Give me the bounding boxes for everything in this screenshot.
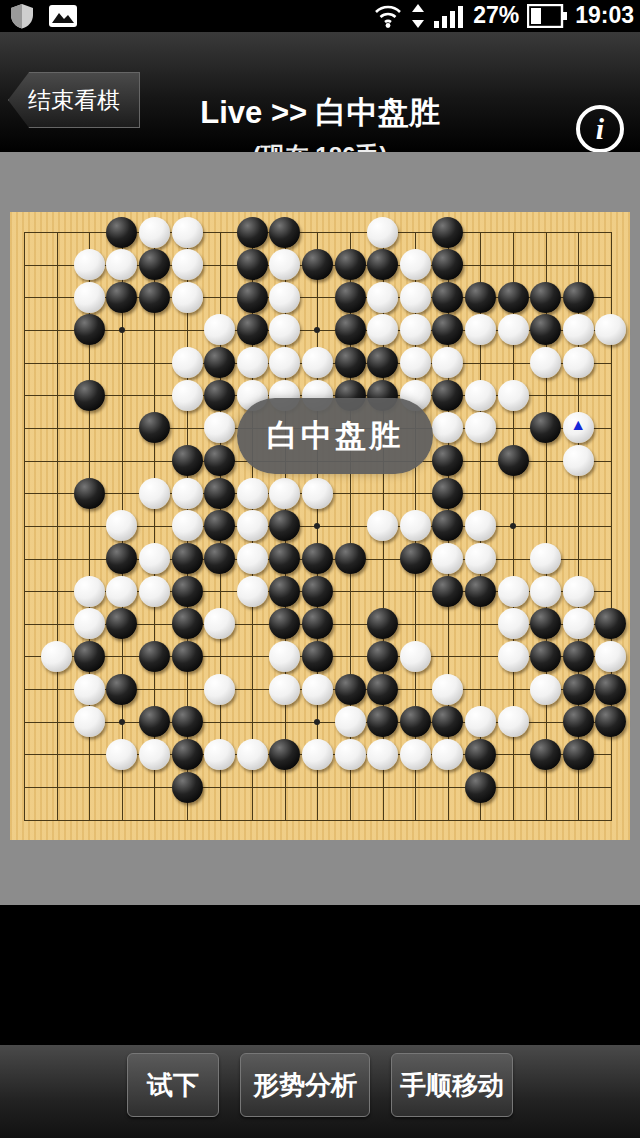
white-stone bbox=[74, 674, 105, 705]
black-stone bbox=[172, 608, 203, 639]
white-stone bbox=[74, 608, 105, 639]
star-point bbox=[510, 523, 516, 529]
white-stone bbox=[498, 641, 529, 672]
grid-line bbox=[24, 787, 612, 788]
bottom-toolbar: 试下 形势分析 手顺移动 bbox=[0, 1045, 640, 1138]
black-stone bbox=[530, 282, 561, 313]
star-point bbox=[314, 327, 320, 333]
white-stone bbox=[269, 347, 300, 378]
white-stone bbox=[432, 347, 463, 378]
white-stone bbox=[139, 217, 170, 248]
black-stone bbox=[530, 739, 561, 770]
black-stone bbox=[204, 347, 235, 378]
black-stone bbox=[367, 347, 398, 378]
white-stone bbox=[41, 641, 72, 672]
white-stone bbox=[172, 347, 203, 378]
black-stone bbox=[367, 674, 398, 705]
black-stone bbox=[106, 608, 137, 639]
white-stone bbox=[530, 347, 561, 378]
black-stone bbox=[335, 347, 366, 378]
white-stone bbox=[400, 739, 431, 770]
black-stone bbox=[530, 641, 561, 672]
white-stone bbox=[302, 478, 333, 509]
black-stone bbox=[498, 445, 529, 476]
go-board[interactable]: ▲白中盘胜 bbox=[10, 212, 630, 840]
black-stone bbox=[530, 608, 561, 639]
white-stone bbox=[106, 249, 137, 280]
white-stone bbox=[465, 412, 496, 443]
white-stone bbox=[335, 739, 366, 770]
black-stone bbox=[172, 445, 203, 476]
black-stone bbox=[367, 249, 398, 280]
white-stone bbox=[204, 314, 235, 345]
white-stone: ▲ bbox=[563, 412, 594, 443]
white-stone bbox=[367, 314, 398, 345]
black-stone bbox=[302, 641, 333, 672]
white-stone bbox=[498, 608, 529, 639]
result-overlay-bubble: 白中盘胜 bbox=[237, 398, 433, 474]
black-stone bbox=[432, 576, 463, 607]
black-stone bbox=[563, 739, 594, 770]
black-stone bbox=[335, 282, 366, 313]
white-stone bbox=[400, 347, 431, 378]
white-stone bbox=[400, 282, 431, 313]
black-stone bbox=[465, 739, 496, 770]
white-stone bbox=[269, 641, 300, 672]
star-point bbox=[119, 327, 125, 333]
white-stone bbox=[237, 347, 268, 378]
white-stone bbox=[432, 739, 463, 770]
black-stone bbox=[237, 314, 268, 345]
black-stone bbox=[139, 412, 170, 443]
white-stone bbox=[465, 706, 496, 737]
star-point bbox=[314, 719, 320, 725]
white-stone bbox=[172, 510, 203, 541]
black-stone bbox=[269, 217, 300, 248]
black-stone bbox=[432, 478, 463, 509]
white-stone bbox=[465, 380, 496, 411]
black-stone bbox=[335, 543, 366, 574]
black-stone bbox=[465, 576, 496, 607]
black-stone bbox=[302, 543, 333, 574]
black-stone bbox=[139, 641, 170, 672]
black-stone bbox=[432, 706, 463, 737]
app-screen: 27% 19:03 结束看棋 Live >> 白中盘胜 (现在 186手) i … bbox=[0, 0, 640, 1138]
status-bar: 27% 19:03 bbox=[0, 0, 640, 32]
clock-time: 19:03 bbox=[575, 2, 634, 29]
white-stone bbox=[269, 249, 300, 280]
white-stone bbox=[237, 543, 268, 574]
black-stone bbox=[269, 739, 300, 770]
wifi-icon bbox=[373, 3, 403, 29]
black-stone bbox=[172, 706, 203, 737]
black-stone bbox=[106, 543, 137, 574]
white-stone bbox=[530, 576, 561, 607]
status-left-icons bbox=[10, 3, 78, 29]
white-stone bbox=[237, 739, 268, 770]
black-stone bbox=[204, 445, 235, 476]
black-stone bbox=[269, 510, 300, 541]
white-stone bbox=[237, 478, 268, 509]
black-stone bbox=[432, 510, 463, 541]
battery-icon bbox=[527, 4, 567, 28]
white-stone bbox=[269, 282, 300, 313]
white-stone bbox=[563, 347, 594, 378]
white-stone bbox=[106, 739, 137, 770]
black-stone bbox=[498, 282, 529, 313]
black-stone bbox=[530, 314, 561, 345]
white-stone bbox=[367, 282, 398, 313]
shield-icon bbox=[10, 3, 34, 29]
black-stone bbox=[302, 608, 333, 639]
white-stone bbox=[498, 706, 529, 737]
black-stone bbox=[302, 576, 333, 607]
white-stone bbox=[172, 380, 203, 411]
white-stone bbox=[139, 576, 170, 607]
black-stone bbox=[269, 543, 300, 574]
white-stone bbox=[172, 478, 203, 509]
black-stone bbox=[172, 543, 203, 574]
white-stone bbox=[563, 314, 594, 345]
white-stone bbox=[432, 674, 463, 705]
white-stone bbox=[498, 380, 529, 411]
white-stone bbox=[498, 576, 529, 607]
white-stone bbox=[302, 739, 333, 770]
black-stone bbox=[465, 772, 496, 803]
gallery-icon bbox=[48, 4, 78, 28]
white-stone bbox=[400, 510, 431, 541]
black-stone bbox=[367, 706, 398, 737]
black-stone bbox=[595, 674, 626, 705]
black-stone bbox=[400, 543, 431, 574]
move-order-button[interactable]: 手顺移动 bbox=[391, 1053, 513, 1117]
white-stone bbox=[74, 249, 105, 280]
white-stone bbox=[139, 543, 170, 574]
white-stone bbox=[269, 478, 300, 509]
black-stone bbox=[563, 706, 594, 737]
black-stone bbox=[237, 217, 268, 248]
white-stone bbox=[172, 282, 203, 313]
white-stone bbox=[563, 608, 594, 639]
black-stone bbox=[204, 510, 235, 541]
white-stone bbox=[530, 674, 561, 705]
status-right-icons: 27% 19:03 bbox=[373, 2, 634, 29]
black-stone bbox=[335, 314, 366, 345]
black-stone bbox=[432, 217, 463, 248]
black-stone bbox=[74, 314, 105, 345]
star-point bbox=[119, 719, 125, 725]
white-stone bbox=[74, 706, 105, 737]
black-stone bbox=[139, 282, 170, 313]
updown-arrows-icon bbox=[411, 3, 425, 29]
black-stone bbox=[563, 641, 594, 672]
last-move-marker-icon: ▲ bbox=[563, 417, 594, 433]
white-stone bbox=[432, 543, 463, 574]
signal-bars-icon bbox=[433, 3, 465, 29]
white-stone bbox=[106, 510, 137, 541]
black-stone bbox=[172, 739, 203, 770]
black-stone bbox=[172, 772, 203, 803]
info-button[interactable]: i bbox=[576, 105, 624, 153]
black-stone bbox=[269, 576, 300, 607]
white-stone bbox=[269, 314, 300, 345]
white-stone bbox=[465, 543, 496, 574]
black-stone bbox=[139, 706, 170, 737]
white-stone bbox=[204, 674, 235, 705]
white-stone bbox=[335, 706, 366, 737]
grid-line bbox=[24, 820, 612, 821]
black-stone bbox=[432, 249, 463, 280]
black-stone bbox=[139, 249, 170, 280]
battery-percent: 27% bbox=[473, 2, 519, 29]
white-stone bbox=[367, 217, 398, 248]
black-stone bbox=[237, 249, 268, 280]
black-stone bbox=[465, 282, 496, 313]
white-stone bbox=[498, 314, 529, 345]
white-stone bbox=[204, 739, 235, 770]
white-stone bbox=[432, 412, 463, 443]
black-stone bbox=[563, 282, 594, 313]
black-stone bbox=[106, 217, 137, 248]
black-stone bbox=[302, 249, 333, 280]
black-stone bbox=[74, 380, 105, 411]
white-stone bbox=[465, 510, 496, 541]
white-stone bbox=[595, 641, 626, 672]
black-stone bbox=[595, 608, 626, 639]
black-stone bbox=[204, 478, 235, 509]
position-analysis-button[interactable]: 形势分析 bbox=[240, 1053, 370, 1117]
white-stone bbox=[139, 478, 170, 509]
white-stone bbox=[367, 510, 398, 541]
page-title: Live >> 白中盘胜 bbox=[120, 92, 520, 134]
black-stone bbox=[335, 674, 366, 705]
white-stone bbox=[530, 543, 561, 574]
black-stone bbox=[367, 608, 398, 639]
white-stone bbox=[74, 282, 105, 313]
black-stone bbox=[74, 641, 105, 672]
white-stone bbox=[106, 576, 137, 607]
white-stone bbox=[563, 445, 594, 476]
black-stone bbox=[204, 380, 235, 411]
white-stone bbox=[400, 249, 431, 280]
black-stone bbox=[432, 380, 463, 411]
black-stone bbox=[269, 608, 300, 639]
black-stone bbox=[237, 282, 268, 313]
players-panel: 1 唐韦星(9段P) ★ 7:20:43 (60/3) 檀啸(7段P) 7:27… bbox=[0, 905, 640, 1045]
black-stone bbox=[204, 543, 235, 574]
black-stone bbox=[172, 576, 203, 607]
black-stone bbox=[530, 412, 561, 443]
white-stone bbox=[302, 674, 333, 705]
white-stone bbox=[302, 347, 333, 378]
white-stone bbox=[204, 608, 235, 639]
white-stone bbox=[400, 641, 431, 672]
black-stone bbox=[172, 641, 203, 672]
black-stone bbox=[400, 706, 431, 737]
black-stone bbox=[335, 249, 366, 280]
black-stone bbox=[106, 282, 137, 313]
white-stone bbox=[139, 739, 170, 770]
black-stone bbox=[432, 445, 463, 476]
star-point bbox=[314, 523, 320, 529]
white-stone bbox=[204, 412, 235, 443]
black-stone bbox=[432, 282, 463, 313]
header-bar: 结束看棋 Live >> 白中盘胜 (现在 186手) i bbox=[0, 32, 640, 152]
black-stone bbox=[432, 314, 463, 345]
black-stone bbox=[74, 478, 105, 509]
black-stone bbox=[563, 674, 594, 705]
white-stone bbox=[269, 674, 300, 705]
black-stone bbox=[367, 641, 398, 672]
white-stone bbox=[237, 510, 268, 541]
try-move-button[interactable]: 试下 bbox=[127, 1053, 219, 1117]
white-stone bbox=[595, 314, 626, 345]
white-stone bbox=[400, 314, 431, 345]
white-stone bbox=[367, 739, 398, 770]
white-stone bbox=[74, 576, 105, 607]
white-stone bbox=[465, 314, 496, 345]
white-stone bbox=[172, 217, 203, 248]
black-stone bbox=[106, 674, 137, 705]
white-stone bbox=[237, 576, 268, 607]
black-stone bbox=[595, 706, 626, 737]
white-stone bbox=[563, 576, 594, 607]
white-stone bbox=[172, 249, 203, 280]
